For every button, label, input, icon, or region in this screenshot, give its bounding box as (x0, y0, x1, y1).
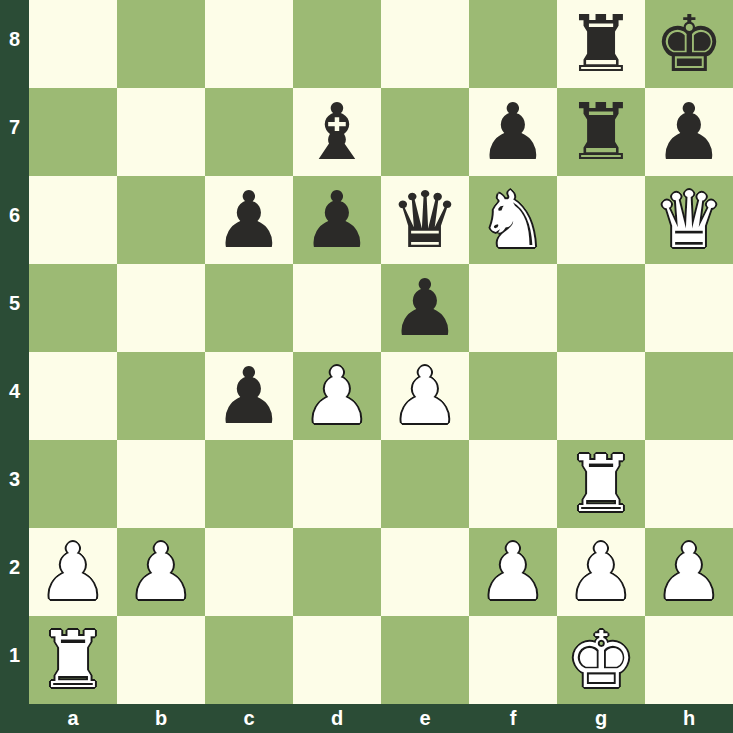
square-c1[interactable] (205, 616, 293, 704)
file-label-h: h (645, 704, 733, 733)
square-a6[interactable] (29, 176, 117, 264)
square-d2[interactable] (293, 528, 381, 616)
square-c2[interactable] (205, 528, 293, 616)
square-g8[interactable]: ♜ (557, 0, 645, 88)
square-e8[interactable] (381, 0, 469, 88)
square-e5[interactable]: ♟ (381, 264, 469, 352)
square-b5[interactable] (117, 264, 205, 352)
square-h4[interactable] (645, 352, 733, 440)
piece-black-queen-e6[interactable]: ♛ (381, 176, 469, 264)
square-c4[interactable]: ♟ (205, 352, 293, 440)
square-c5[interactable] (205, 264, 293, 352)
square-f5[interactable] (469, 264, 557, 352)
piece-black-bishop-d7[interactable]: ♝ (293, 88, 381, 176)
piece-white-pawn-d4[interactable]: ♟ (293, 352, 381, 440)
piece-white-pawn-h2[interactable]: ♟ (645, 528, 733, 616)
rank-label-4: 4 (0, 352, 29, 440)
piece-white-knight-f6[interactable]: ♞ (469, 176, 557, 264)
piece-white-rook-a1[interactable]: ♜ (29, 616, 117, 704)
square-b2[interactable]: ♟ (117, 528, 205, 616)
square-h3[interactable] (645, 440, 733, 528)
square-h5[interactable] (645, 264, 733, 352)
file-label-a: a (29, 704, 117, 733)
piece-white-pawn-a2[interactable]: ♟ (29, 528, 117, 616)
square-c6[interactable]: ♟ (205, 176, 293, 264)
square-b1[interactable] (117, 616, 205, 704)
square-e2[interactable] (381, 528, 469, 616)
piece-black-pawn-c6[interactable]: ♟ (205, 176, 293, 264)
square-f3[interactable] (469, 440, 557, 528)
square-b6[interactable] (117, 176, 205, 264)
square-e3[interactable] (381, 440, 469, 528)
file-label-b: b (117, 704, 205, 733)
square-h7[interactable]: ♟ (645, 88, 733, 176)
square-b8[interactable] (117, 0, 205, 88)
square-a4[interactable] (29, 352, 117, 440)
rank-label-3: 3 (0, 440, 29, 528)
square-g1[interactable]: ♚ (557, 616, 645, 704)
square-h2[interactable]: ♟ (645, 528, 733, 616)
square-h8[interactable]: ♚ (645, 0, 733, 88)
square-g7[interactable]: ♜ (557, 88, 645, 176)
square-d7[interactable]: ♝ (293, 88, 381, 176)
square-g6[interactable] (557, 176, 645, 264)
rank-label-7: 7 (0, 88, 29, 176)
square-f7[interactable]: ♟ (469, 88, 557, 176)
square-e6[interactable]: ♛ (381, 176, 469, 264)
square-f1[interactable] (469, 616, 557, 704)
file-coordinate-bar: abcdefgh (29, 704, 733, 733)
piece-white-pawn-b2[interactable]: ♟ (117, 528, 205, 616)
square-a7[interactable] (29, 88, 117, 176)
piece-black-pawn-f7[interactable]: ♟ (469, 88, 557, 176)
piece-black-rook-g7[interactable]: ♜ (557, 88, 645, 176)
square-c8[interactable] (205, 0, 293, 88)
square-c3[interactable] (205, 440, 293, 528)
square-g2[interactable]: ♟ (557, 528, 645, 616)
square-a8[interactable] (29, 0, 117, 88)
square-d8[interactable] (293, 0, 381, 88)
piece-white-king-g1[interactable]: ♚ (557, 616, 645, 704)
rank-label-6: 6 (0, 176, 29, 264)
square-a1[interactable]: ♜ (29, 616, 117, 704)
piece-black-king-h8[interactable]: ♚ (645, 0, 733, 88)
square-g4[interactable] (557, 352, 645, 440)
square-a2[interactable]: ♟ (29, 528, 117, 616)
file-label-d: d (293, 704, 381, 733)
rank-label-5: 5 (0, 264, 29, 352)
chess-board-app: 87654321 ♜♚♝♟♜♟♟♟♛♞♛♟♟♟♟♜♟♟♟♟♟♜♚ abcdefg… (0, 0, 733, 733)
square-d3[interactable] (293, 440, 381, 528)
piece-white-pawn-f2[interactable]: ♟ (469, 528, 557, 616)
square-f4[interactable] (469, 352, 557, 440)
piece-white-pawn-e4[interactable]: ♟ (381, 352, 469, 440)
square-f8[interactable] (469, 0, 557, 88)
rank-label-1: 1 (0, 616, 29, 704)
square-c7[interactable] (205, 88, 293, 176)
square-b4[interactable] (117, 352, 205, 440)
rank-label-8: 8 (0, 0, 29, 88)
piece-white-pawn-g2[interactable]: ♟ (557, 528, 645, 616)
rank-coordinate-gutter: 87654321 (0, 0, 29, 704)
square-g5[interactable] (557, 264, 645, 352)
file-label-e: e (381, 704, 469, 733)
square-d6[interactable]: ♟ (293, 176, 381, 264)
square-g3[interactable]: ♜ (557, 440, 645, 528)
piece-black-rook-g8[interactable]: ♜ (557, 0, 645, 88)
square-b3[interactable] (117, 440, 205, 528)
file-label-c: c (205, 704, 293, 733)
piece-black-pawn-c4[interactable]: ♟ (205, 352, 293, 440)
piece-black-pawn-h7[interactable]: ♟ (645, 88, 733, 176)
square-e7[interactable] (381, 88, 469, 176)
piece-black-pawn-e5[interactable]: ♟ (381, 264, 469, 352)
square-h1[interactable] (645, 616, 733, 704)
chess-board[interactable]: ♜♚♝♟♜♟♟♟♛♞♛♟♟♟♟♜♟♟♟♟♟♜♚ (29, 0, 733, 704)
square-d4[interactable]: ♟ (293, 352, 381, 440)
square-f2[interactable]: ♟ (469, 528, 557, 616)
piece-black-pawn-d6[interactable]: ♟ (293, 176, 381, 264)
square-d5[interactable] (293, 264, 381, 352)
file-label-g: g (557, 704, 645, 733)
file-label-f: f (469, 704, 557, 733)
square-f6[interactable]: ♞ (469, 176, 557, 264)
square-b7[interactable] (117, 88, 205, 176)
square-h6[interactable]: ♛ (645, 176, 733, 264)
piece-white-queen-h6[interactable]: ♛ (645, 176, 733, 264)
square-e1[interactable] (381, 616, 469, 704)
square-a3[interactable] (29, 440, 117, 528)
square-d1[interactable] (293, 616, 381, 704)
rank-label-2: 2 (0, 528, 29, 616)
square-e4[interactable]: ♟ (381, 352, 469, 440)
piece-white-rook-g3[interactable]: ♜ (557, 440, 645, 528)
square-a5[interactable] (29, 264, 117, 352)
